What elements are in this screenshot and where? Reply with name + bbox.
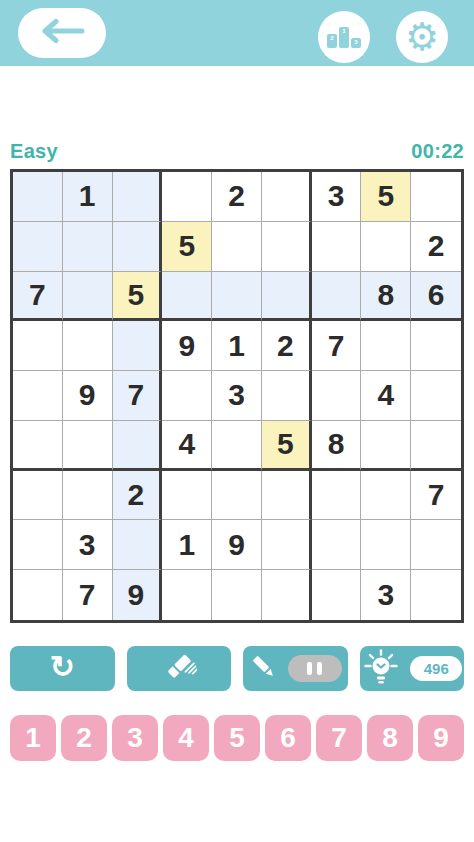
restart-button[interactable]: ↻ [10,646,115,691]
difficulty-label: Easy [10,140,58,163]
sudoku-cell-r8c7[interactable] [312,520,362,570]
hint-count-badge: 496 [410,656,462,681]
sudoku-cell-r3c6[interactable] [262,272,312,322]
sudoku-cell-r8c3[interactable] [113,520,163,570]
sudoku-cell-r6c5[interactable] [212,421,262,471]
sudoku-cell-r8c6[interactable] [262,520,312,570]
sudoku-cell-r1c5[interactable]: 2 [212,172,262,222]
settings-button[interactable]: ⚙ [396,11,448,63]
gear-icon: ⚙ [405,18,439,56]
sudoku-cell-r2c7[interactable] [312,222,362,272]
sudoku-cell-r8c9[interactable] [411,520,461,570]
sudoku-cell-r4c8[interactable] [361,321,411,371]
sudoku-cell-r8c1[interactable] [13,520,63,570]
sudoku-cell-r9c2[interactable]: 7 [63,570,113,620]
sudoku-cell-r3c9[interactable]: 6 [411,272,461,322]
podium-icon: 2 1 3 [327,27,361,48]
status-row: Easy 00:22 [10,140,464,163]
sudoku-cell-r4c5[interactable]: 1 [212,321,262,371]
sudoku-cell-r5c3[interactable]: 7 [113,371,163,421]
hint-button[interactable]: 496 [360,646,465,691]
sudoku-cell-r1c6[interactable] [262,172,312,222]
sudoku-cell-r2c6[interactable] [262,222,312,272]
back-button[interactable] [18,8,106,58]
sudoku-board: 12355275869127973445827319793 [10,169,464,623]
sudoku-cell-r6c8[interactable] [361,421,411,471]
timer: 00:22 [411,140,464,163]
lightbulb-icon [361,647,401,691]
numpad-button-3[interactable]: 3 [112,715,158,761]
back-arrow-icon [38,18,86,48]
sudoku-cell-r2c2[interactable] [63,222,113,272]
sudoku-cell-r3c5[interactable] [212,272,262,322]
sudoku-cell-r7c9[interactable]: 7 [411,471,461,521]
sudoku-cell-r5c1[interactable] [13,371,63,421]
numpad-button-7[interactable]: 7 [316,715,362,761]
sudoku-cell-r3c2[interactable] [63,272,113,322]
sudoku-cell-r5c7[interactable] [312,371,362,421]
sudoku-cell-r9c7[interactable] [312,570,362,620]
numpad-button-9[interactable]: 9 [418,715,464,761]
refresh-icon: ↻ [50,652,75,682]
numpad-button-8[interactable]: 8 [367,715,413,761]
numpad-button-6[interactable]: 6 [265,715,311,761]
sudoku-cell-r8c8[interactable] [361,520,411,570]
leaderboard-button[interactable]: 2 1 3 [318,11,370,63]
sudoku-cell-r9c4[interactable] [162,570,212,620]
sudoku-cell-r2c4[interactable]: 5 [162,222,212,272]
numpad-button-1[interactable]: 1 [10,715,56,761]
sudoku-cell-r1c3[interactable] [113,172,163,222]
sudoku-cell-r7c7[interactable] [312,471,362,521]
sudoku-cell-r4c2[interactable] [63,321,113,371]
sudoku-cell-r4c4[interactable]: 9 [162,321,212,371]
sudoku-cell-r8c4[interactable]: 1 [162,520,212,570]
sudoku-cell-r2c5[interactable] [212,222,262,272]
sudoku-cell-r6c2[interactable] [63,421,113,471]
sudoku-cell-r9c3[interactable]: 9 [113,570,163,620]
sudoku-cell-r7c1[interactable] [13,471,63,521]
pencil-icon [249,652,279,686]
sudoku-cell-r7c6[interactable] [262,471,312,521]
sudoku-cell-r8c2[interactable]: 3 [63,520,113,570]
sudoku-cell-r2c8[interactable] [361,222,411,272]
number-pad: 123456789 [10,715,464,761]
sudoku-cell-r7c2[interactable] [63,471,113,521]
sudoku-cell-r6c9[interactable] [411,421,461,471]
sudoku-cell-r2c1[interactable] [13,222,63,272]
sudoku-cell-r9c1[interactable] [13,570,63,620]
sudoku-cell-r3c3[interactable]: 5 [113,272,163,322]
sudoku-cell-r2c3[interactable] [113,222,163,272]
pencil-toggle[interactable] [288,655,342,682]
header: 2 1 3 ⚙ [0,0,474,66]
sudoku-cell-r8c5[interactable]: 9 [212,520,262,570]
sudoku-cell-r7c5[interactable] [212,471,262,521]
numpad-button-4[interactable]: 4 [163,715,209,761]
sudoku-cell-r6c6[interactable]: 5 [262,421,312,471]
numpad-button-2[interactable]: 2 [61,715,107,761]
sudoku-cell-r5c4[interactable] [162,371,212,421]
sudoku-cell-r3c7[interactable] [312,272,362,322]
sudoku-cell-r5c2[interactable]: 9 [63,371,113,421]
sudoku-cell-r3c8[interactable]: 8 [361,272,411,322]
sudoku-cell-r9c8[interactable]: 3 [361,570,411,620]
sudoku-cell-r6c7[interactable]: 8 [312,421,362,471]
sudoku-cell-r4c1[interactable] [13,321,63,371]
sudoku-cell-r6c3[interactable] [113,421,163,471]
sudoku-cell-r1c9[interactable] [411,172,461,222]
numpad-button-5[interactable]: 5 [214,715,260,761]
sudoku-cell-r5c5[interactable]: 3 [212,371,262,421]
sudoku-cell-r6c4[interactable]: 4 [162,421,212,471]
sudoku-cell-r1c8[interactable]: 5 [361,172,411,222]
sudoku-cell-r5c9[interactable] [411,371,461,421]
sudoku-cell-r3c1[interactable]: 7 [13,272,63,322]
sudoku-cell-r1c2[interactable]: 1 [63,172,113,222]
sudoku-cell-r7c4[interactable] [162,471,212,521]
sudoku-cell-r6c1[interactable] [13,421,63,471]
sudoku-cell-r7c8[interactable] [361,471,411,521]
sudoku-cell-r1c7[interactable]: 3 [312,172,362,222]
sudoku-cell-r1c4[interactable] [162,172,212,222]
sudoku-cell-r9c9[interactable] [411,570,461,620]
sudoku-cell-r7c3[interactable]: 2 [113,471,163,521]
sudoku-cell-r4c6[interactable]: 2 [262,321,312,371]
pencil-mode-button[interactable] [243,646,348,691]
sudoku-cell-r4c3[interactable] [113,321,163,371]
sudoku-cell-r9c5[interactable] [212,570,262,620]
sudoku-cell-r5c6[interactable] [262,371,312,421]
sudoku-cell-r4c7[interactable]: 7 [312,321,362,371]
sudoku-cell-r1c1[interactable] [13,172,63,222]
eraser-button[interactable] [127,646,232,691]
sudoku-cell-r9c6[interactable] [262,570,312,620]
sudoku-cell-r3c4[interactable] [162,272,212,322]
sudoku-cell-r5c8[interactable]: 4 [361,371,411,421]
eraser-icon [161,649,197,689]
sudoku-cell-r2c9[interactable]: 2 [411,222,461,272]
toolbar: ↻ [10,646,464,691]
sudoku-cell-r4c9[interactable] [411,321,461,371]
